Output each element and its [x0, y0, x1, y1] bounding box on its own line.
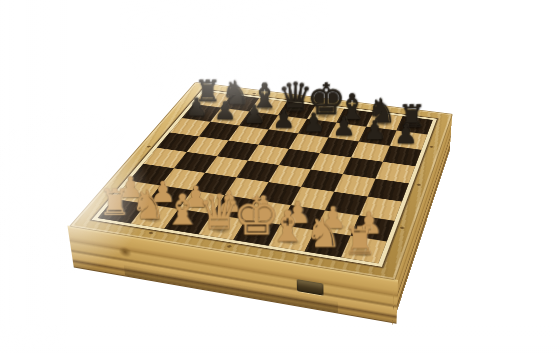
- square-h4: [368, 179, 409, 202]
- black-king: ♚: [307, 77, 338, 120]
- maker-stamp: [115, 243, 135, 261]
- white-rook: ♜: [97, 184, 133, 220]
- square-g1: ♞: [305, 230, 351, 257]
- black-queen: ♛: [278, 77, 308, 116]
- black-bishop: ♝: [336, 89, 367, 124]
- square-h3: [359, 197, 401, 221]
- black-bishop: ♝: [249, 78, 279, 113]
- photo-perspective: ♜♞♝♛♚♝♞♜♟♟♟♟♟♟♟♟♟♟♟♟♟♟♟♟♜♞♝♛♚♝♞♜: [0, 0, 560, 353]
- square-h7: ♟: [390, 131, 427, 150]
- square-h1: ♜: [341, 236, 387, 264]
- square-h2: ♟: [351, 216, 395, 242]
- black-pawn: ♟: [181, 95, 211, 120]
- black-rook: ♜: [193, 76, 223, 106]
- chess-box: ♜♞♝♛♚♝♞♜♟♟♟♟♟♟♟♟♟♟♟♟♟♟♟♟♜♞♝♛♚♝♞♜: [69, 82, 453, 280]
- brass-clasp: [297, 279, 324, 296]
- square-a5: [157, 132, 199, 151]
- chess-set-photo: ♜♞♝♛♚♝♞♜♟♟♟♟♟♟♟♟♟♟♟♟♟♟♟♟♜♞♝♛♚♝♞♜: [0, 0, 560, 353]
- square-h8: ♜: [397, 116, 433, 134]
